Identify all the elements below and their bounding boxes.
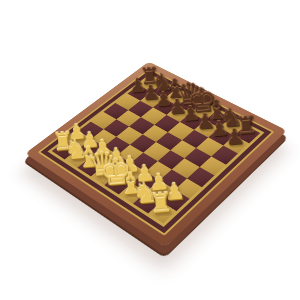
board-grid: ♜♞♝♛♚♝♞♜♟♟♟♟♟♟♟♟♟♟♟♟♟♟♟♟♜♞♝♛♚♝♞♜ — [52, 76, 261, 223]
black-pawn[interactable]: ♟ — [224, 126, 245, 149]
square-h6[interactable] — [211, 145, 238, 164]
square-h1[interactable]: ♜ — [148, 201, 177, 223]
frame-maroon-band: ♜♞♝♛♚♝♞♜♟♟♟♟♟♟♟♟♟♟♟♟♟♟♟♟♜♞♝♛♚♝♞♜ — [40, 70, 271, 233]
chess-board: ♜♞♝♛♚♝♞♜♟♟♟♟♟♟♟♟♟♟♟♟♟♟♟♟♜♞♝♛♚♝♞♜ — [25, 62, 287, 248]
board-scene: ♜♞♝♛♚♝♞♜♟♟♟♟♟♟♟♟♟♟♟♟♟♟♟♟♜♞♝♛♚♝♞♜ — [0, 0, 300, 300]
frame-gold-line: ♜♞♝♛♚♝♞♜♟♟♟♟♟♟♟♟♟♟♟♟♟♟♟♟♜♞♝♛♚♝♞♜ — [38, 69, 275, 236]
white-rook[interactable]: ♜ — [148, 189, 174, 217]
chess-set-photo: ♜♞♝♛♚♝♞♜♟♟♟♟♟♟♟♟♟♟♟♟♟♟♟♟♜♞♝♛♚♝♞♜ — [0, 0, 300, 300]
square-h5[interactable] — [199, 156, 226, 176]
frame-gold-band: ♜♞♝♛♚♝♞♜♟♟♟♟♟♟♟♟♟♟♟♟♟♟♟♟♜♞♝♛♚♝♞♜ — [48, 74, 265, 227]
